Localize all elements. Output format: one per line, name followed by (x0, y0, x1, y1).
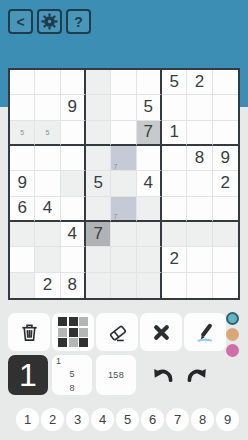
eraser-button[interactable] (96, 313, 138, 351)
cell-r5c1[interactable]: 9 (10, 171, 35, 196)
digit-button-2[interactable]: 2 (41, 408, 64, 431)
clear-button[interactable] (140, 313, 182, 351)
cell-r9c8[interactable] (187, 273, 212, 298)
corner-note-digit: 5 (65, 368, 78, 381)
digit-button-5[interactable]: 5 (116, 408, 139, 431)
cell-r6c2[interactable]: 4 (35, 197, 60, 222)
palette-button[interactable] (52, 313, 94, 351)
cell-r2c3[interactable]: 9 (61, 95, 86, 120)
cell-r4c9[interactable]: 9 (213, 146, 238, 171)
sudoku-app: < ? 52955571789954264747228 (0, 0, 248, 440)
cell-r6c3[interactable] (61, 197, 86, 222)
corner-notes-tile[interactable]: 158 (52, 355, 92, 395)
cell-r3c5[interactable] (111, 121, 136, 146)
palette-swatch (69, 328, 78, 337)
digit-row: 123456789 (16, 408, 239, 431)
digit-button-3[interactable]: 3 (66, 408, 89, 431)
gear-icon (41, 13, 58, 30)
cell-r9c1[interactable] (10, 273, 35, 298)
cell-r5c2[interactable] (35, 171, 60, 196)
cell-r8c2[interactable] (35, 247, 60, 272)
cell-r1c6[interactable] (137, 70, 162, 95)
palette-swatch (79, 328, 88, 337)
color-dots (226, 312, 239, 357)
palette-swatch (69, 338, 78, 347)
cell-r5c9[interactable]: 2 (213, 171, 238, 196)
cell-r2c8[interactable] (187, 95, 212, 120)
digit-button-1[interactable]: 1 (16, 408, 39, 431)
cell-r2c1[interactable] (10, 95, 35, 120)
redo-button[interactable] (181, 359, 213, 391)
center-notes-label: 158 (108, 370, 124, 380)
cell-r8c4[interactable] (86, 247, 111, 272)
cell-r2c6[interactable]: 5 (137, 95, 162, 120)
digit-button-7[interactable]: 7 (166, 408, 189, 431)
cell-r7c7[interactable] (162, 222, 187, 247)
eraser-icon (106, 321, 129, 344)
color-dot-teal[interactable] (226, 312, 239, 325)
help-icon: ? (74, 15, 83, 29)
cell-r9c5[interactable] (111, 273, 136, 298)
tool-row (8, 313, 226, 351)
cell-r2c7[interactable] (162, 95, 187, 120)
cell-r6c6[interactable] (137, 197, 162, 222)
cell-r3c6[interactable]: 7 (137, 121, 162, 146)
cell-r3c1[interactable]: 5 (10, 121, 35, 146)
cell-r7c3[interactable]: 4 (61, 222, 86, 247)
palette-swatch (58, 338, 67, 347)
pencil-mark: 7 (111, 162, 119, 170)
cell-r6c1[interactable]: 6 (10, 197, 35, 222)
color-dot-tan[interactable] (226, 328, 239, 341)
cell-r5c7[interactable] (162, 171, 187, 196)
cell-r4c5[interactable]: 7 (111, 146, 136, 171)
cell-r4c1[interactable] (10, 146, 35, 171)
corner-note-digit: 8 (65, 382, 78, 395)
cell-r3c2[interactable]: 5 (35, 121, 60, 146)
cell-r3c7[interactable]: 1 (162, 121, 187, 146)
palette-swatch (58, 317, 67, 326)
x-icon (150, 321, 173, 344)
cell-r3c8[interactable] (187, 121, 212, 146)
back-icon: < (16, 15, 24, 29)
cell-r3c3[interactable] (61, 121, 86, 146)
cell-r1c3[interactable] (61, 70, 86, 95)
cell-r7c5[interactable] (111, 222, 136, 247)
digit-button-6[interactable]: 6 (141, 408, 164, 431)
cell-r3c9[interactable] (213, 121, 238, 146)
cell-r8c6[interactable] (137, 247, 162, 272)
cell-r7c6[interactable] (137, 222, 162, 247)
cell-r3c4[interactable] (86, 121, 111, 146)
cell-r2c9[interactable] (213, 95, 238, 120)
redo-icon (183, 361, 211, 389)
cell-r8c1[interactable] (10, 247, 35, 272)
pencil-mark: 5 (43, 128, 51, 136)
corner-note-digit: 1 (52, 355, 65, 368)
trash-button[interactable] (8, 313, 50, 351)
cell-r7c2[interactable] (35, 222, 60, 247)
cell-r6c5[interactable]: 7 (111, 197, 136, 222)
settings-button[interactable] (37, 9, 62, 34)
cell-r6c9[interactable] (213, 197, 238, 222)
cell-r1c2[interactable] (35, 70, 60, 95)
big-digit-label: 1 (19, 359, 37, 391)
palette-swatch (58, 328, 67, 337)
cell-r1c4[interactable] (86, 70, 111, 95)
topbar: < ? (8, 9, 91, 34)
digit-button-8[interactable]: 8 (191, 408, 214, 431)
cell-r1c9[interactable] (213, 70, 238, 95)
cell-r7c9[interactable] (213, 222, 238, 247)
cell-r8c7[interactable]: 2 (162, 247, 187, 272)
undo-icon (149, 361, 177, 389)
cell-r4c8[interactable]: 8 (187, 146, 212, 171)
cell-r5c5[interactable] (111, 171, 136, 196)
pencil-mark: 5 (18, 128, 26, 136)
cell-r9c4[interactable] (86, 273, 111, 298)
palette-swatch (69, 317, 78, 326)
cell-r7c1[interactable] (10, 222, 35, 247)
cell-r8c8[interactable] (187, 247, 212, 272)
cell-r9c2[interactable]: 2 (35, 273, 60, 298)
trash-icon (18, 321, 41, 344)
cell-r5c3[interactable] (61, 171, 86, 196)
palette-icon (58, 317, 88, 347)
cell-r8c3[interactable] (61, 247, 86, 272)
palette-swatch (79, 317, 88, 326)
back-button[interactable]: < (8, 9, 33, 34)
cell-r2c5[interactable] (111, 95, 136, 120)
color-dot-pink[interactable] (226, 344, 239, 357)
cell-r8c9[interactable] (213, 247, 238, 272)
big-digit-tile[interactable]: 1 (8, 355, 48, 395)
cell-r4c2[interactable] (35, 146, 60, 171)
cell-r1c8[interactable]: 2 (187, 70, 212, 95)
undo-button[interactable] (147, 359, 179, 391)
cell-r7c8[interactable] (187, 222, 212, 247)
help-button[interactable]: ? (66, 9, 91, 34)
cell-r1c7[interactable]: 5 (162, 70, 187, 95)
cell-r9c3[interactable]: 8 (61, 273, 86, 298)
digit-button-4[interactable]: 4 (91, 408, 114, 431)
sudoku-board: 52955571789954264747228 (8, 68, 240, 300)
marker-icon (194, 321, 217, 344)
cell-r9c6[interactable] (137, 273, 162, 298)
cell-r4c7[interactable] (162, 146, 187, 171)
cell-r1c5[interactable] (111, 70, 136, 95)
cell-r6c7[interactable] (162, 197, 187, 222)
cell-r9c9[interactable] (213, 273, 238, 298)
cell-r9c7[interactable] (162, 273, 187, 298)
marker-button[interactable] (184, 313, 226, 351)
cell-r4c4[interactable] (86, 146, 111, 171)
cell-r4c6[interactable] (137, 146, 162, 171)
cell-r4c3[interactable] (61, 146, 86, 171)
cell-r5c6[interactable]: 4 (137, 171, 162, 196)
cell-r2c4[interactable] (86, 95, 111, 120)
cell-r5c4[interactable]: 5 (86, 171, 111, 196)
cell-r5c8[interactable] (187, 171, 212, 196)
cell-r2c2[interactable] (35, 95, 60, 120)
cell-r6c8[interactable] (187, 197, 212, 222)
cell-r8c5[interactable] (111, 247, 136, 272)
pencil-mark: 7 (111, 212, 119, 220)
cell-r6c4[interactable] (86, 197, 111, 222)
digit-button-9[interactable]: 9 (216, 408, 239, 431)
cell-r7c4[interactable]: 7 (86, 222, 111, 247)
palette-swatch (79, 338, 88, 347)
center-notes-tile[interactable]: 158 (96, 355, 136, 395)
cell-r1c1[interactable] (10, 70, 35, 95)
